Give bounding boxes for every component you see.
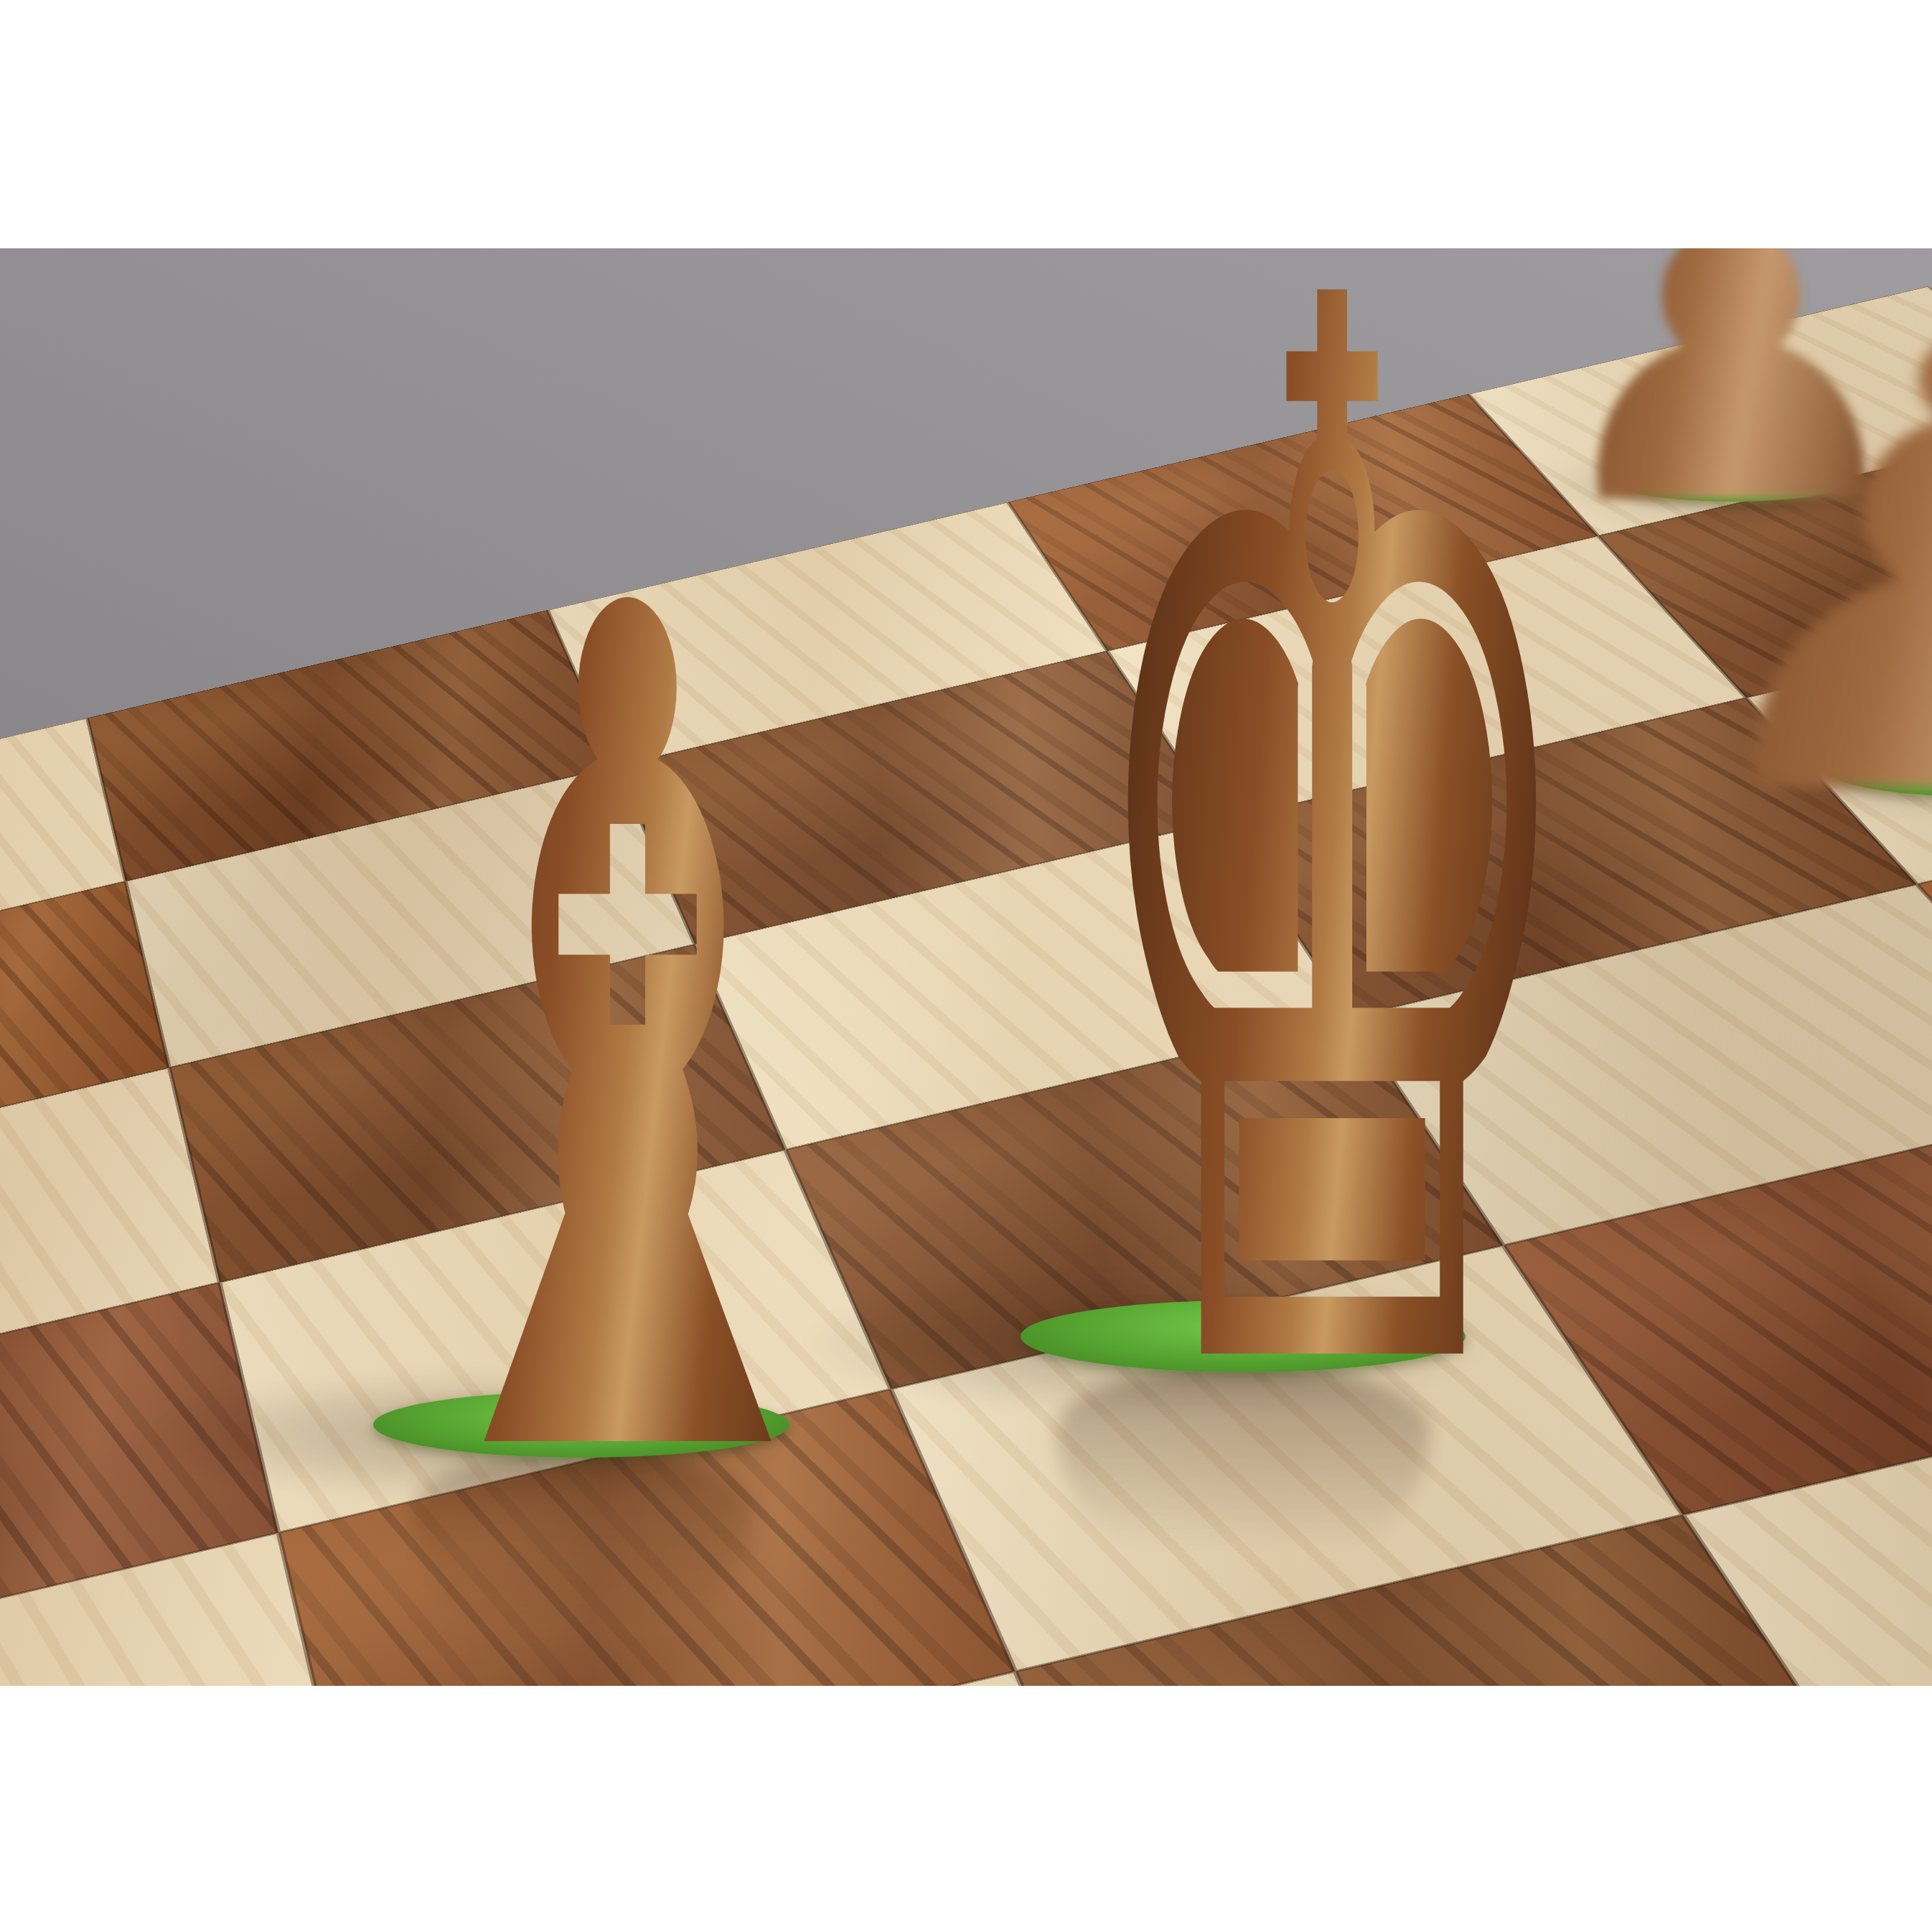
bottom-white-band [0, 1686, 1932, 1932]
bishop-glyph: ♝ [353, 369, 902, 1714]
pawn-piece: ♟ [1463, 258, 1932, 883]
top-white-band [0, 0, 1932, 248]
pawn-glyph: ♟ [1643, 207, 1932, 934]
photo-canvas: ♝♚♟♟ [0, 0, 1932, 1932]
bishop-piece: ♝ [353, 464, 810, 1619]
